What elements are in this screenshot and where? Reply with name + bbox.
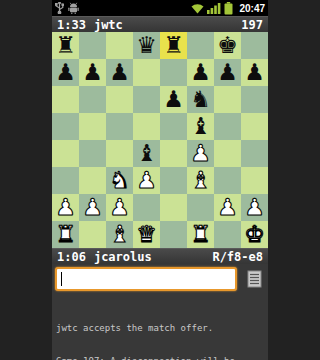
bottom-player-bar: 1:06 jcarolus R/f8-e8 [52,248,268,264]
square-f1[interactable]: ♜ [187,221,214,248]
square-f7[interactable]: ♟ [187,59,214,86]
square-c7[interactable]: ♟ [106,59,133,86]
square-e2[interactable] [160,194,187,221]
black-queen: ♛ [136,32,157,59]
square-b2[interactable]: ♟ [79,194,106,221]
square-g4[interactable] [214,140,241,167]
square-b1[interactable] [79,221,106,248]
square-h8[interactable] [241,32,268,59]
square-h7[interactable]: ♟ [241,59,268,86]
usb-icon [55,2,64,14]
square-h4[interactable] [241,140,268,167]
square-g6[interactable] [214,86,241,113]
black-pawn: ♟ [82,59,103,86]
white-pawn: ♟ [82,194,103,221]
square-c2[interactable]: ♟ [106,194,133,221]
square-c3[interactable]: ♞ [106,167,133,194]
wifi-icon [191,3,204,14]
square-b3[interactable] [79,167,106,194]
square-b6[interactable] [79,86,106,113]
square-c5[interactable] [106,113,133,140]
white-bishop: ♝ [190,167,211,194]
square-d2[interactable] [133,194,160,221]
black-pawn: ♟ [55,59,76,86]
black-pawn: ♟ [217,59,238,86]
top-player-clock: 1:33 [57,18,86,32]
white-pawn: ♟ [55,194,76,221]
square-a7[interactable]: ♟ [52,59,79,86]
square-f2[interactable] [187,194,214,221]
white-queen: ♛ [136,221,157,248]
square-d3[interactable]: ♟ [133,167,160,194]
square-d1[interactable]: ♛ [133,221,160,248]
square-e3[interactable] [160,167,187,194]
square-a2[interactable]: ♟ [52,194,79,221]
square-a8[interactable]: ♜ [52,32,79,59]
text-cursor [61,272,62,286]
square-a1[interactable]: ♜ [52,221,79,248]
black-pawn: ♟ [244,59,265,86]
square-e7[interactable] [160,59,187,86]
black-pawn: ♟ [190,59,211,86]
square-b8[interactable] [79,32,106,59]
square-c8[interactable] [106,32,133,59]
square-g2[interactable]: ♟ [214,194,241,221]
square-g8[interactable]: ♚ [214,32,241,59]
black-bishop: ♝ [190,113,211,140]
chess-board[interactable]: ♜♛♜♚♟♟♟♟♟♟♟♞♝♝♟♞♟♝♟♟♟♟♟♜♝♛♜♚ [52,32,268,248]
white-king: ♚ [244,221,265,248]
square-a4[interactable] [52,140,79,167]
console-output: jwtc accepts the match offer. Game 197: … [52,294,268,360]
white-bishop: ♝ [109,221,130,248]
square-c1[interactable]: ♝ [106,221,133,248]
square-d8[interactable]: ♛ [133,32,160,59]
square-c4[interactable] [106,140,133,167]
square-g5[interactable] [214,113,241,140]
move-list-button[interactable] [243,267,265,291]
square-a6[interactable] [52,86,79,113]
black-king: ♚ [217,32,238,59]
bottom-player-name: jcarolus [94,250,152,264]
app-window: 20:47 1:33 jwtc 197 ♜♛♜♚♟♟♟♟♟♟♟♞♝♝♟♞♟♝♟♟… [52,0,268,360]
white-pawn: ♟ [244,194,265,221]
square-a5[interactable] [52,113,79,140]
black-pawn: ♟ [163,86,184,113]
square-a3[interactable] [52,167,79,194]
chat-input[interactable] [55,267,237,291]
square-e6[interactable]: ♟ [160,86,187,113]
status-bar: 20:47 [52,0,268,16]
white-pawn: ♟ [217,194,238,221]
last-move-label: R/f8-e8 [212,250,263,264]
square-c6[interactable] [106,86,133,113]
square-h2[interactable]: ♟ [241,194,268,221]
console-line: jwtc accepts the match offer. [56,323,264,334]
white-pawn: ♟ [190,140,211,167]
square-e5[interactable] [160,113,187,140]
status-clock: 20:47 [239,3,265,14]
game-number: 197 [241,18,263,32]
white-knight: ♞ [109,167,130,194]
signal-icon [207,3,221,14]
white-rook: ♜ [55,221,76,248]
white-rook: ♜ [190,221,211,248]
square-f6[interactable]: ♞ [187,86,214,113]
white-pawn: ♟ [136,167,157,194]
console-line: Game 197: A disconnection will be [56,356,264,360]
square-b7[interactable]: ♟ [79,59,106,86]
square-b5[interactable] [79,113,106,140]
bottom-player-clock: 1:06 [57,250,86,264]
square-d7[interactable] [133,59,160,86]
white-pawn: ♟ [109,194,130,221]
square-b4[interactable] [79,140,106,167]
square-e8[interactable]: ♜ [160,32,187,59]
square-g7[interactable]: ♟ [214,59,241,86]
black-rook: ♜ [55,32,76,59]
battery-icon [224,2,233,15]
android-icon [68,2,79,14]
square-f3[interactable]: ♝ [187,167,214,194]
square-g3[interactable] [214,167,241,194]
black-knight: ♞ [190,86,211,113]
square-f4[interactable]: ♟ [187,140,214,167]
black-bishop: ♝ [136,140,157,167]
square-d6[interactable] [133,86,160,113]
square-h3[interactable] [241,167,268,194]
top-player-bar: 1:33 jwtc 197 [52,16,268,32]
square-f8[interactable] [187,32,214,59]
input-row [52,264,268,294]
square-f5[interactable]: ♝ [187,113,214,140]
black-rook: ♜ [163,32,184,59]
square-d4[interactable]: ♝ [133,140,160,167]
square-h1[interactable]: ♚ [241,221,268,248]
square-e1[interactable] [160,221,187,248]
square-h6[interactable] [241,86,268,113]
square-g1[interactable] [214,221,241,248]
top-player-name: jwtc [94,18,123,32]
list-icon [247,270,262,288]
square-h5[interactable] [241,113,268,140]
black-pawn: ♟ [109,59,130,86]
square-e4[interactable] [160,140,187,167]
square-d5[interactable] [133,113,160,140]
